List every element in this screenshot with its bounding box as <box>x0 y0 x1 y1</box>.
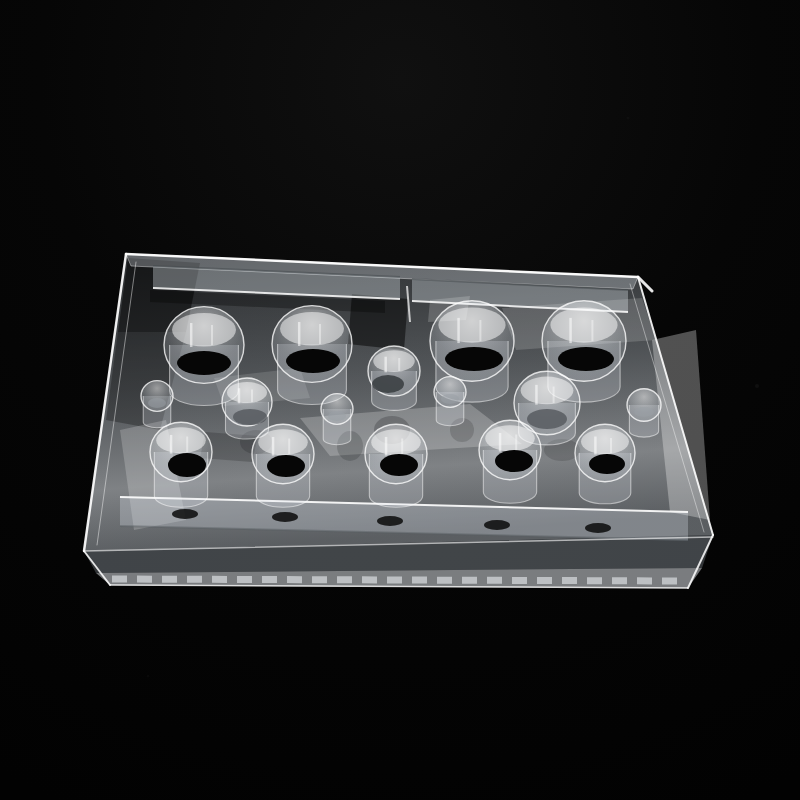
hole-top-reflection <box>371 429 421 455</box>
bevel-sparkle <box>112 579 686 581</box>
hole-top-reflection <box>550 307 617 342</box>
hole-opening <box>634 407 654 417</box>
hole-top-reflection <box>438 307 505 342</box>
hole-opening <box>168 453 206 477</box>
hole-opening <box>558 347 614 371</box>
hole-top-reflection <box>258 429 308 455</box>
hole-opening <box>233 409 267 425</box>
hole-front-3 <box>365 424 427 507</box>
hole-front-5 <box>575 424 635 504</box>
hole-opening <box>441 394 459 404</box>
hole-opening <box>527 409 567 429</box>
hole-top-reflection <box>280 312 344 346</box>
hole-front-2 <box>252 424 314 507</box>
hole-top-reflection <box>581 429 629 454</box>
hole-opening <box>148 398 166 408</box>
hole-opening <box>372 375 404 393</box>
hole-top-reflection <box>521 377 574 405</box>
groove-through-hole-3 <box>377 516 403 526</box>
hole-opening <box>495 450 533 472</box>
hole-large-2 <box>272 306 352 405</box>
groove-through-hole-2 <box>272 512 298 522</box>
hole-mid-center <box>368 346 420 410</box>
product-photo <box>0 0 800 800</box>
hole-front-4 <box>479 420 541 503</box>
hole-opening <box>177 351 231 375</box>
groove-through-hole-4 <box>484 520 510 530</box>
dust-speck-2 <box>627 117 630 120</box>
hole-small-1 <box>141 381 173 428</box>
hole-top-reflection <box>156 427 206 453</box>
hole-opening <box>286 349 340 373</box>
hole-opening <box>589 454 625 474</box>
hole-opening <box>445 347 503 371</box>
hole-front-1 <box>150 422 212 507</box>
hole-top-reflection <box>485 425 535 451</box>
dust-speck-1 <box>755 384 759 388</box>
groove-through-hole-1 <box>172 509 198 519</box>
groove-through-hole-5 <box>585 523 611 533</box>
acrylic-tray-photo <box>0 0 800 800</box>
hole-opening <box>380 454 418 476</box>
hole-top-reflection <box>172 313 236 347</box>
hole-small-3 <box>434 377 466 426</box>
hole-opening <box>267 455 305 477</box>
dust-speck-3 <box>147 675 150 678</box>
hole-top-reflection <box>373 350 415 372</box>
hole-top-reflection <box>227 382 267 403</box>
hole-small-2 <box>321 394 353 445</box>
hole-opening <box>328 411 346 421</box>
hole-small-4 <box>627 389 661 437</box>
